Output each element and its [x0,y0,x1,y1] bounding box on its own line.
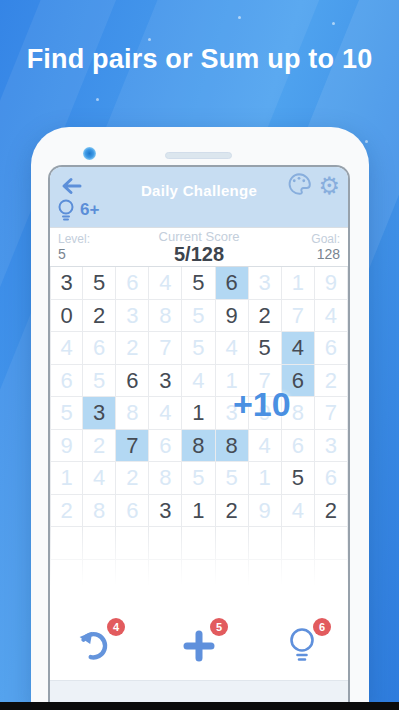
grid-cell[interactable]: 8 [282,397,315,430]
phone-speaker [165,152,232,159]
grid-cell[interactable]: 1 [282,267,315,300]
grid-cell[interactable] [182,560,215,593]
grid-cell[interactable] [149,527,182,560]
grid-cell[interactable] [282,560,315,593]
sparkle-dot [96,98,99,101]
grid-cell[interactable]: 4 [315,300,348,333]
scoreboard: Level: 5 Current Score 5/128 Goal: 128 [50,227,348,267]
grid-cell[interactable] [216,560,249,593]
grid-cell[interactable] [315,560,348,593]
score-value: 5/128 [174,244,224,264]
app-header: Daily Challenge ⚙ 6+ [50,167,348,227]
grid-cell[interactable]: 7 [315,397,348,430]
grid-cell[interactable]: 2 [249,300,282,333]
age-rating-badge: 6+ [80,200,99,220]
sparkle-dot [238,16,241,19]
grid-cell[interactable]: 3 [149,365,182,398]
grid-cell[interactable]: 5 [182,332,215,365]
grid-cell[interactable]: 3 [315,430,348,463]
grid-cell[interactable]: 8 [149,462,182,495]
sparkle-dot [332,22,335,25]
grid-cell[interactable] [216,527,249,560]
grid-cell[interactable]: 4 [282,332,315,365]
grid-cell[interactable]: 9 [216,300,249,333]
grid-cell[interactable]: 9 [315,267,348,300]
add-numbers-button[interactable]: 5 [179,624,219,668]
grid-cell[interactable]: 6 [149,430,182,463]
grid-cell[interactable]: 2 [315,495,348,528]
grid-cell[interactable] [149,560,182,593]
settings-button[interactable]: ⚙ [318,173,340,199]
grid-cell[interactable]: 6 [315,462,348,495]
level-value: 5 [58,246,66,262]
undo-button[interactable]: 4 [76,624,116,668]
grid-cell[interactable]: 4 [149,267,182,300]
grid-cell[interactable] [182,527,215,560]
grid-cell[interactable] [249,560,282,593]
grid-cell[interactable]: 3 [50,267,83,300]
grid-cell[interactable]: 5 [83,365,116,398]
grid-cell[interactable] [282,527,315,560]
grid-cell[interactable]: 4 [282,495,315,528]
grid-cell[interactable] [50,527,83,560]
grid-cell[interactable]: 5 [83,267,116,300]
grid-cell[interactable]: 7 [282,300,315,333]
grid-cell[interactable]: 2 [50,495,83,528]
grid-cell[interactable]: 5 [282,462,315,495]
palette-icon [286,171,312,197]
grid-cell[interactable]: 5 [182,300,215,333]
grid-cell[interactable]: 9 [50,430,83,463]
grid-cell[interactable]: 2 [116,332,149,365]
grid-cell[interactable]: 4 [50,332,83,365]
grid-cell[interactable]: 8 [83,495,116,528]
grid-cell[interactable]: 2 [116,462,149,495]
grid-cell[interactable]: 2 [83,300,116,333]
grid-cell[interactable]: 3 [216,397,249,430]
gear-icon: ⚙ [318,172,340,199]
grid-cell[interactable]: 9 [249,397,282,430]
grid-cell[interactable]: 5 [182,462,215,495]
grid-cell[interactable]: 1 [249,462,282,495]
grid-cell[interactable]: 4 [182,365,215,398]
score-label: Current Score [159,230,240,244]
grid-cell[interactable]: 4 [149,397,182,430]
grid-cell[interactable]: 6 [315,332,348,365]
grid-cell[interactable]: 2 [83,430,116,463]
goal-value: 128 [317,246,340,262]
grid-cell[interactable]: 1 [182,397,215,430]
grid-cell[interactable]: 1 [50,462,83,495]
grid-cell[interactable]: 1 [216,365,249,398]
grid-cell[interactable]: 5 [50,397,83,430]
number-grid: 3564563190238592744627545466563417625384… [50,267,348,592]
grid-cell[interactable]: 7 [116,430,149,463]
grid-cell[interactable] [315,527,348,560]
grid-cell[interactable]: 7 [149,332,182,365]
grid-cell[interactable]: 5 [249,332,282,365]
banner-title: Find pairs or Sum up to 10 [0,44,399,75]
grid-cell[interactable] [116,560,149,593]
grid-cell[interactable]: 8 [182,430,215,463]
grid-cell[interactable]: 6 [83,332,116,365]
grid-cell[interactable]: 3 [116,300,149,333]
level-label: Level: [58,232,90,246]
grid-cell[interactable]: 6 [216,267,249,300]
grid-cell[interactable]: 1 [182,495,215,528]
phone-mockup: Daily Challenge ⚙ 6+ [31,127,369,710]
grid-cell[interactable]: 7 [249,365,282,398]
grid-cell[interactable]: 8 [216,430,249,463]
hint-button[interactable]: 6 [282,624,322,668]
grid-cell[interactable]: 9 [249,495,282,528]
sparkle-dot [148,38,151,41]
sparkle-dot [365,140,368,143]
grid-cell[interactable]: 6 [282,430,315,463]
grid-cell[interactable]: 0 [50,300,83,333]
grid-cell[interactable]: 4 [216,332,249,365]
grid-cell[interactable]: 5 [182,267,215,300]
undo-count-badge: 4 [107,618,125,636]
lightbulb-icon [286,626,318,666]
bottom-black-bar [0,702,399,710]
grid-cell[interactable] [83,527,116,560]
grid-cell[interactable]: 3 [149,495,182,528]
lightbulb-icon [56,198,76,222]
goal-label: Goal: [311,232,340,246]
grid-cell[interactable] [116,527,149,560]
app-screen: Daily Challenge ⚙ 6+ [48,165,350,704]
add-count-badge: 5 [210,618,228,636]
grid-cell[interactable]: 8 [116,397,149,430]
hint-count-badge: 6 [313,618,331,636]
grid-cell[interactable]: 4 [83,462,116,495]
grid-cell[interactable]: 6 [50,365,83,398]
grid-cell[interactable]: 6 [282,365,315,398]
screen-bottom-strip [50,680,348,704]
grid-cell[interactable] [249,527,282,560]
grid-cell[interactable]: 2 [315,365,348,398]
plus-icon [181,628,217,664]
grid-cell[interactable]: 3 [249,267,282,300]
grid-cell[interactable]: 8 [149,300,182,333]
grid-area: 3564563190238592744627545466563417625384… [50,267,348,592]
toolbar: 4 5 6 [50,612,348,680]
grid-cell[interactable]: 4 [249,430,282,463]
grid-cell[interactable] [50,560,83,593]
grid-cell[interactable]: 6 [116,365,149,398]
grid-cell[interactable]: 2 [216,495,249,528]
phone-camera [83,147,96,160]
grid-cell[interactable] [83,560,116,593]
grid-cell[interactable]: 6 [116,495,149,528]
grid-cell[interactable]: 5 [216,462,249,495]
grid-cell[interactable]: 6 [116,267,149,300]
grid-cell[interactable]: 3 [83,397,116,430]
palette-button[interactable] [286,171,312,201]
